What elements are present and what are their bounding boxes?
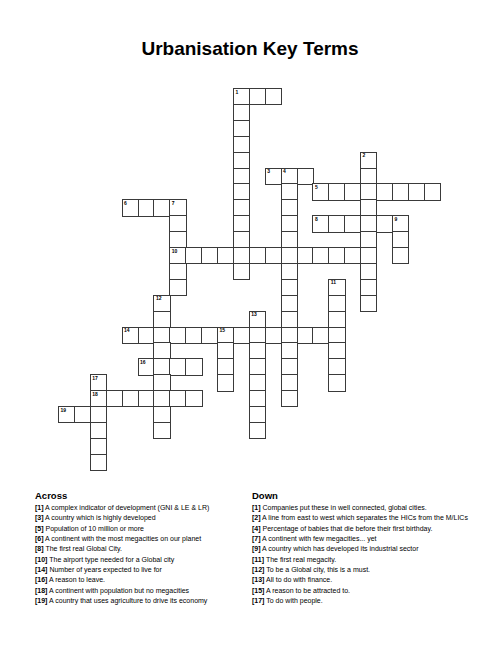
- grid-cell-r19-c5[interactable]: [138, 390, 155, 407]
- grid-cell-r15-c9[interactable]: [201, 327, 218, 344]
- across-heading: Across: [35, 490, 249, 502]
- clue-across-1: [1] A complex indicator of development (…: [35, 503, 249, 513]
- grid-cell-r8-c14[interactable]: [281, 215, 298, 232]
- grid-cell-r9-c21[interactable]: [392, 231, 409, 248]
- grid-cell-r16-c17[interactable]: [328, 342, 345, 359]
- grid-cell-r20-c0[interactable]: 19: [58, 406, 75, 423]
- cell-number-7: 7: [172, 201, 175, 206]
- grid-cell-r5-c15[interactable]: [297, 168, 314, 185]
- clue-across-5: [5] Population of 10 million or more: [35, 524, 249, 534]
- grid-cell-r11-c11[interactable]: [233, 263, 250, 280]
- clue-across-6: [6] A continent with the most megacities…: [35, 534, 249, 544]
- down-heading: Down: [252, 490, 478, 502]
- crossword-grid: 12345678910111213141516171819: [58, 88, 441, 471]
- grid-cell-r0-c13[interactable]: [265, 88, 282, 105]
- cell-number-11: 11: [331, 280, 336, 285]
- grid-cell-r14-c14[interactable]: [281, 311, 298, 328]
- grid-cell-r19-c7[interactable]: [169, 390, 186, 407]
- grid-cell-r8-c19[interactable]: [360, 215, 377, 232]
- grid-cell-r19-c3[interactable]: [106, 390, 123, 407]
- down-clues-section: Down [1] Companies put these in well con…: [252, 490, 478, 606]
- grid-cell-r10-c11[interactable]: [233, 247, 250, 264]
- grid-cell-r9-c11[interactable]: [233, 231, 250, 248]
- grid-cell-r15-c6[interactable]: [153, 327, 170, 344]
- grid-cell-r7-c7[interactable]: 7: [169, 199, 186, 216]
- grid-cell-r6-c23[interactable]: [424, 183, 441, 200]
- grid-cell-r5-c13[interactable]: 3: [265, 168, 282, 185]
- cell-number-4: 4: [283, 169, 286, 174]
- clue-across-18: [18] A continent with population but no …: [35, 586, 249, 596]
- across-clue-list: [1] A complex indicator of development (…: [35, 503, 249, 606]
- grid-cell-r14-c6[interactable]: [153, 311, 170, 328]
- grid-cell-r13-c17[interactable]: [328, 295, 345, 312]
- grid-cell-r10-c16[interactable]: [312, 247, 329, 264]
- cell-number-3: 3: [267, 169, 270, 174]
- grid-cell-r5-c19[interactable]: [360, 168, 377, 185]
- grid-cell-r19-c6[interactable]: [153, 390, 170, 407]
- clue-down-2: [2] A line from east to west which separ…: [252, 513, 478, 523]
- grid-cell-r15-c5[interactable]: [138, 327, 155, 344]
- grid-cell-r16-c10[interactable]: [217, 342, 234, 359]
- grid-cell-r13-c19[interactable]: [360, 295, 377, 312]
- clue-down-13: [13] All to do with finance.: [252, 575, 478, 585]
- grid-cell-r7-c4[interactable]: 6: [122, 199, 139, 216]
- puzzle-title: Urbanisation Key Terms: [0, 38, 500, 60]
- grid-cell-r10-c17[interactable]: [328, 247, 345, 264]
- grid-cell-r6-c20[interactable]: [376, 183, 393, 200]
- clue-across-10: [10] The airport type needed for a Globa…: [35, 555, 249, 565]
- clue-down-11: [11] The first real megacity.: [252, 555, 478, 565]
- grid-cell-r15-c7[interactable]: [169, 327, 186, 344]
- grid-cell-r18-c6[interactable]: [153, 374, 170, 391]
- grid-cell-r18-c2[interactable]: 17: [90, 374, 107, 391]
- grid-cell-r19-c8[interactable]: [185, 390, 202, 407]
- grid-cell-r12-c17[interactable]: 11: [328, 279, 345, 296]
- grid-cell-r5-c14[interactable]: 4: [281, 168, 298, 185]
- grid-cell-r15-c4[interactable]: 14: [122, 327, 139, 344]
- clue-across-19: [19] A country that uses agriculture to …: [35, 596, 249, 606]
- grid-cell-r18-c10[interactable]: [217, 374, 234, 391]
- grid-cell-r15-c12[interactable]: [249, 327, 266, 344]
- grid-cell-r0-c11[interactable]: 1: [233, 88, 250, 105]
- grid-cell-r6-c17[interactable]: [328, 183, 345, 200]
- grid-cell-r21-c2[interactable]: [90, 422, 107, 439]
- grid-cell-r13-c14[interactable]: [281, 295, 298, 312]
- grid-cell-r6-c21[interactable]: [392, 183, 409, 200]
- grid-cell-r11-c19[interactable]: [360, 263, 377, 280]
- grid-cell-r7-c14[interactable]: [281, 199, 298, 216]
- grid-cell-r7-c11[interactable]: [233, 199, 250, 216]
- grid-cell-r10-c10[interactable]: [217, 247, 234, 264]
- clue-down-9: [9] A country which has developed its in…: [252, 544, 478, 554]
- grid-cell-r9-c19[interactable]: [360, 231, 377, 248]
- grid-cell-r9-c14[interactable]: [281, 231, 298, 248]
- clue-down-17: [17] To do with people.: [252, 596, 478, 606]
- grid-cell-r10-c9[interactable]: [201, 247, 218, 264]
- grid-cell-r17-c10[interactable]: [217, 358, 234, 375]
- grid-cell-r16-c6[interactable]: [153, 342, 170, 359]
- grid-cell-r12-c19[interactable]: [360, 279, 377, 296]
- cell-number-10: 10: [172, 249, 178, 254]
- grid-cell-r8-c21[interactable]: 9: [392, 215, 409, 232]
- grid-cell-r19-c4[interactable]: [122, 390, 139, 407]
- grid-cell-r10-c19[interactable]: [360, 247, 377, 264]
- cell-number-19: 19: [61, 408, 67, 413]
- grid-cell-r20-c1[interactable]: [74, 406, 91, 423]
- cell-number-14: 14: [124, 328, 130, 333]
- cell-number-2: 2: [363, 153, 366, 158]
- grid-cell-r17-c5[interactable]: 16: [138, 358, 155, 375]
- clue-across-16: [16] A reason to leave.: [35, 575, 249, 585]
- grid-cell-r15-c14[interactable]: [281, 327, 298, 344]
- cell-number-18: 18: [92, 392, 98, 397]
- grid-cell-r6-c11[interactable]: [233, 183, 250, 200]
- cell-number-13: 13: [251, 312, 257, 317]
- grid-cell-r20-c6[interactable]: [153, 406, 170, 423]
- grid-cell-r15-c16[interactable]: [312, 327, 329, 344]
- grid-cell-r15-c13[interactable]: [265, 327, 282, 344]
- grid-cell-r15-c17[interactable]: [328, 327, 345, 344]
- grid-cell-r6-c14[interactable]: [281, 183, 298, 200]
- grid-cell-r10-c12[interactable]: [249, 247, 266, 264]
- grid-cell-r7-c6[interactable]: [153, 199, 170, 216]
- cell-number-5: 5: [315, 185, 318, 190]
- cell-number-1: 1: [235, 90, 238, 95]
- down-clue-list: [1] Companies put these in well connecte…: [252, 503, 478, 606]
- grid-cell-r6-c19[interactable]: [360, 183, 377, 200]
- grid-cell-r5-c11[interactable]: [233, 168, 250, 185]
- cell-number-8: 8: [315, 217, 318, 222]
- grid-cell-r6-c18[interactable]: [344, 183, 361, 200]
- grid-cell-r8-c7[interactable]: [169, 215, 186, 232]
- clue-down-4: [4] Percentage of babies that die before…: [252, 524, 478, 534]
- grid-cell-r2-c11[interactable]: [233, 120, 250, 137]
- grid-cell-r19-c14[interactable]: [281, 390, 298, 407]
- grid-cell-r22-c2[interactable]: [90, 438, 107, 455]
- grid-cell-r18-c14[interactable]: [281, 374, 298, 391]
- grid-cell-r16-c12[interactable]: [249, 342, 266, 359]
- grid-cell-r18-c17[interactable]: [328, 374, 345, 391]
- grid-cell-r15-c15[interactable]: [297, 327, 314, 344]
- cell-number-12: 12: [156, 296, 162, 301]
- grid-cell-r10-c13[interactable]: [265, 247, 282, 264]
- grid-cell-r20-c12[interactable]: [249, 406, 266, 423]
- grid-cell-r8-c16[interactable]: 8: [312, 215, 329, 232]
- cell-number-6: 6: [124, 201, 127, 206]
- grid-cell-r3-c11[interactable]: [233, 136, 250, 153]
- grid-cell-r4-c11[interactable]: [233, 152, 250, 169]
- grid-cell-r14-c12[interactable]: 13: [249, 311, 266, 328]
- grid-cell-r10-c14[interactable]: [281, 247, 298, 264]
- grid-cell-r17-c12[interactable]: [249, 358, 266, 375]
- grid-cell-r9-c7[interactable]: [169, 231, 186, 248]
- clue-down-15: [15] A reason to be attracted to.: [252, 586, 478, 596]
- grid-cell-r17-c7[interactable]: [169, 358, 186, 375]
- grid-cell-r10-c7[interactable]: 10: [169, 247, 186, 264]
- clue-across-8: [8] The first real Global City.: [35, 544, 249, 554]
- clue-down-7: [7] A continent with few megacities... y…: [252, 534, 478, 544]
- clue-across-3: [3] A country which is highly developed: [35, 513, 249, 523]
- grid-cell-r17-c8[interactable]: [185, 358, 202, 375]
- grid-cell-r17-c17[interactable]: [328, 358, 345, 375]
- grid-cell-r15-c10[interactable]: 15: [217, 327, 234, 344]
- grid-cell-r8-c20[interactable]: [376, 215, 393, 232]
- clue-down-12: [12] To be a Global city, this is a must…: [252, 565, 478, 575]
- clue-across-14: [14] Number of years expected to live fo…: [35, 565, 249, 575]
- cell-number-17: 17: [92, 376, 98, 381]
- grid-cell-r12-c14[interactable]: [281, 279, 298, 296]
- grid-cell-r11-c14[interactable]: [281, 263, 298, 280]
- across-clues-section: Across [1] A complex indicator of develo…: [35, 490, 249, 606]
- grid-cell-r21-c12[interactable]: [249, 422, 266, 439]
- grid-cell-r21-c6[interactable]: [153, 422, 170, 439]
- grid-cell-r17-c14[interactable]: [281, 358, 298, 375]
- grid-cell-r8-c17[interactable]: [328, 215, 345, 232]
- grid-cell-r15-c11[interactable]: [233, 327, 250, 344]
- grid-cell-r0-c12[interactable]: [249, 88, 266, 105]
- grid-cell-r14-c17[interactable]: [328, 311, 345, 328]
- clue-down-1: [1] Companies put these in well connecte…: [252, 503, 478, 513]
- grid-cell-r10-c18[interactable]: [344, 247, 361, 264]
- cell-number-15: 15: [220, 328, 226, 333]
- grid-cell-r11-c7[interactable]: [169, 263, 186, 280]
- grid-cell-r19-c2[interactable]: 18: [90, 390, 107, 407]
- grid-cell-r10-c15[interactable]: [297, 247, 314, 264]
- grid-cell-r7-c19[interactable]: [360, 199, 377, 216]
- grid-cell-r7-c5[interactable]: [138, 199, 155, 216]
- grid-cell-r10-c8[interactable]: [185, 247, 202, 264]
- cell-number-9: 9: [394, 217, 397, 222]
- grid-cell-r8-c11[interactable]: [233, 215, 250, 232]
- grid-cell-r17-c6[interactable]: [153, 358, 170, 375]
- grid-cell-r23-c2[interactable]: [90, 454, 107, 471]
- grid-cell-r15-c8[interactable]: [185, 327, 202, 344]
- grid-cell-r13-c6[interactable]: 12: [153, 295, 170, 312]
- grid-cell-r19-c12[interactable]: [249, 390, 266, 407]
- grid-cell-r6-c22[interactable]: [408, 183, 425, 200]
- grid-cell-r8-c18[interactable]: [344, 215, 361, 232]
- grid-cell-r1-c11[interactable]: [233, 104, 250, 121]
- grid-cell-r18-c12[interactable]: [249, 374, 266, 391]
- grid-cell-r20-c2[interactable]: [90, 406, 107, 423]
- grid-cell-r4-c19[interactable]: 2: [360, 152, 377, 169]
- grid-cell-r16-c14[interactable]: [281, 342, 298, 359]
- grid-cell-r10-c21[interactable]: [392, 247, 409, 264]
- grid-cell-r12-c7[interactable]: [169, 279, 186, 296]
- grid-cell-r6-c16[interactable]: 5: [312, 183, 329, 200]
- cell-number-16: 16: [140, 360, 146, 365]
